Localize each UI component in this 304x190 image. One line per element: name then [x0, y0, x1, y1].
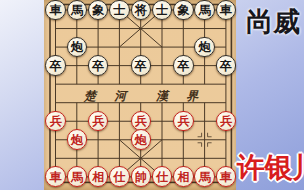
xiangqi-board[interactable]: 楚 河 漢 界 車馬象士将士象馬車炮炮卒卒卒卒卒兵兵兵兵兵炮炮車馬相仕帥仕相馬車	[44, 0, 236, 190]
piece-red-cannon[interactable]: 炮	[131, 129, 152, 150]
piece-black-soldier[interactable]: 卒	[131, 55, 152, 76]
piece-black-rook[interactable]: 車	[45, 0, 66, 20]
piece-red-general[interactable]: 帥	[131, 166, 152, 187]
piece-black-soldier[interactable]: 卒	[216, 55, 237, 76]
piece-red-elephant[interactable]: 相	[173, 166, 194, 187]
piece-black-advisor[interactable]: 士	[109, 0, 130, 20]
piece-red-soldier[interactable]: 兵	[173, 111, 194, 132]
piece-black-advisor[interactable]: 士	[152, 0, 173, 20]
piece-red-soldier[interactable]: 兵	[88, 111, 109, 132]
piece-black-cannon[interactable]: 炮	[194, 37, 215, 58]
piece-red-soldier[interactable]: 兵	[216, 111, 237, 132]
pieces-layer: 車馬象士将士象馬車炮炮卒卒卒卒卒兵兵兵兵兵炮炮車馬相仕帥仕相馬車	[45, 1, 237, 186]
piece-black-elephant[interactable]: 象	[88, 0, 109, 20]
piece-black-elephant[interactable]: 象	[173, 0, 194, 20]
piece-black-soldier[interactable]: 卒	[88, 55, 109, 76]
piece-black-general[interactable]: 将	[131, 0, 152, 20]
piece-red-advisor[interactable]: 仕	[152, 166, 173, 187]
piece-red-cannon[interactable]: 炮	[67, 129, 88, 150]
piece-red-advisor[interactable]: 仕	[109, 166, 130, 187]
piece-red-rook[interactable]: 車	[216, 166, 237, 187]
video-frame: 楚 河 漢 界 車馬象士将士象馬車炮炮卒卒卒卒卒兵兵兵兵兵炮炮車馬相仕帥仕相馬車…	[0, 0, 304, 190]
piece-black-horse[interactable]: 馬	[194, 0, 215, 20]
player-name-black-top: 尚威	[246, 4, 300, 40]
piece-red-soldier[interactable]: 兵	[45, 111, 66, 132]
piece-black-soldier[interactable]: 卒	[173, 55, 194, 76]
piece-black-cannon[interactable]: 炮	[67, 37, 88, 58]
piece-black-horse[interactable]: 馬	[67, 0, 88, 20]
piece-red-soldier[interactable]: 兵	[131, 111, 152, 132]
piece-black-soldier[interactable]: 卒	[45, 55, 66, 76]
piece-black-rook[interactable]: 車	[216, 0, 237, 20]
piece-red-elephant[interactable]: 相	[88, 166, 109, 187]
piece-red-rook[interactable]: 車	[45, 166, 66, 187]
player-name-red-bottom: 许银川	[237, 149, 304, 187]
piece-red-horse[interactable]: 馬	[67, 166, 88, 187]
piece-red-horse[interactable]: 馬	[194, 166, 215, 187]
